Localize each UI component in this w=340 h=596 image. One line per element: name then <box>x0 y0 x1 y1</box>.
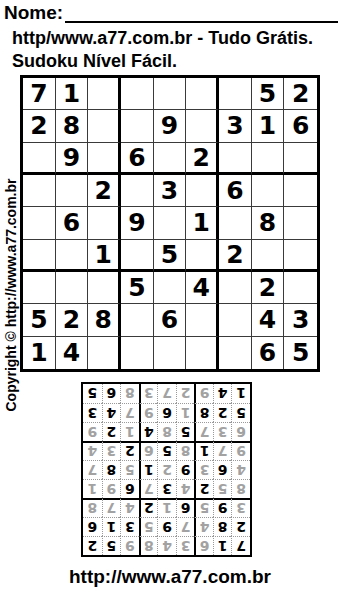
puzzle-empty-cell[interactable] <box>121 78 154 110</box>
puzzle-empty-cell[interactable] <box>88 207 121 239</box>
solution-cell: 2 <box>213 403 232 422</box>
puzzle-given-cell[interactable]: 1 <box>88 240 121 272</box>
puzzle-empty-cell[interactable] <box>154 143 187 175</box>
solution-cell: 4 <box>176 479 195 498</box>
puzzle-empty-cell[interactable] <box>56 272 89 304</box>
footer-url: http://www.a77.com.br <box>0 566 340 588</box>
puzzle-empty-cell[interactable] <box>23 272 56 304</box>
sudoku-puzzle-grid[interactable]: 715228931696223669181525425286431465 <box>20 75 320 372</box>
solution-cell: 3 <box>176 536 195 555</box>
solution-cell: 7 <box>120 403 139 422</box>
puzzle-given-cell[interactable]: 8 <box>56 110 89 142</box>
puzzle-empty-cell[interactable] <box>23 143 56 175</box>
puzzle-empty-cell[interactable] <box>219 272 252 304</box>
solution-cell: 5 <box>213 479 232 498</box>
solution-cell: 9 <box>213 498 232 517</box>
puzzle-given-cell[interactable]: 8 <box>88 304 121 336</box>
solution-cell: 6 <box>231 422 250 441</box>
puzzle-given-cell[interactable]: 6 <box>284 110 317 142</box>
solution-cell: 5 <box>120 460 139 479</box>
puzzle-given-cell[interactable]: 5 <box>252 78 285 110</box>
puzzle-empty-cell[interactable] <box>88 110 121 142</box>
puzzle-given-cell[interactable]: 6 <box>252 337 285 369</box>
puzzle-empty-cell[interactable] <box>186 240 219 272</box>
puzzle-empty-cell[interactable] <box>56 175 89 207</box>
solution-cell: 7 <box>194 422 213 441</box>
solution-cell: 9 <box>83 422 102 441</box>
puzzle-given-cell[interactable]: 4 <box>252 304 285 336</box>
puzzle-empty-cell[interactable] <box>284 143 317 175</box>
puzzle-given-cell[interactable]: 5 <box>121 272 154 304</box>
puzzle-given-cell[interactable]: 4 <box>56 337 89 369</box>
puzzle-empty-cell[interactable] <box>284 272 317 304</box>
difficulty-title: Sudoku Nível Fácil. <box>12 51 177 72</box>
puzzle-given-cell[interactable]: 2 <box>252 272 285 304</box>
puzzle-given-cell[interactable]: 6 <box>154 304 187 336</box>
puzzle-empty-cell[interactable] <box>154 78 187 110</box>
puzzle-empty-cell[interactable] <box>219 78 252 110</box>
solution-cell: 4 <box>83 441 102 460</box>
puzzle-given-cell[interactable]: 6 <box>219 175 252 207</box>
solution-cell: 1 <box>102 517 121 536</box>
solution-cell: 8 <box>120 384 139 403</box>
solution-cell: 8 <box>194 403 213 422</box>
solution-cell: 3 <box>83 403 102 422</box>
solution-cell: 5 <box>157 441 176 460</box>
solution-cell: 8 <box>102 460 121 479</box>
site-tagline: http/www.a77.com.br - Tudo Grátis. <box>12 28 313 49</box>
puzzle-given-cell[interactable]: 3 <box>219 110 252 142</box>
puzzle-empty-cell[interactable] <box>186 110 219 142</box>
puzzle-empty-cell[interactable] <box>252 143 285 175</box>
solution-cell: 6 <box>139 441 158 460</box>
puzzle-empty-cell[interactable] <box>154 337 187 369</box>
puzzle-empty-cell[interactable] <box>284 175 317 207</box>
solution-cell: 6 <box>102 384 121 403</box>
solution-cell: 5 <box>194 498 213 517</box>
solution-cell: 7 <box>213 441 232 460</box>
solution-cell: 3 <box>120 517 139 536</box>
solution-cell: 2 <box>120 441 139 460</box>
puzzle-empty-cell[interactable] <box>154 207 187 239</box>
puzzle-given-cell[interactable]: 5 <box>23 304 56 336</box>
puzzle-given-cell[interactable]: 1 <box>252 110 285 142</box>
puzzle-empty-cell[interactable] <box>88 143 121 175</box>
solution-cell: 3 <box>231 498 250 517</box>
puzzle-empty-cell[interactable] <box>23 207 56 239</box>
puzzle-given-cell[interactable]: 1 <box>186 207 219 239</box>
solution-cell: 8 <box>157 422 176 441</box>
solution-cell: 5 <box>102 536 121 555</box>
puzzle-empty-cell[interactable] <box>121 337 154 369</box>
puzzle-empty-cell[interactable] <box>219 143 252 175</box>
copyright-vertical-text: Copyright © http://www.a77.com.br <box>2 160 20 430</box>
puzzle-given-cell[interactable]: 9 <box>121 207 154 239</box>
solution-cell: 6 <box>194 536 213 555</box>
solution-cell: 9 <box>231 441 250 460</box>
solution-cell: 5 <box>83 384 102 403</box>
puzzle-empty-cell[interactable] <box>252 175 285 207</box>
puzzle-empty-cell[interactable] <box>88 272 121 304</box>
name-row: Nome: <box>4 2 338 23</box>
puzzle-empty-cell[interactable] <box>88 337 121 369</box>
puzzle-given-cell[interactable]: 1 <box>23 337 56 369</box>
solution-cell: 9 <box>176 460 195 479</box>
solution-cell: 2 <box>83 536 102 555</box>
solution-cell: 2 <box>231 517 250 536</box>
solution-cell: 6 <box>120 479 139 498</box>
solution-cell: 2 <box>194 479 213 498</box>
solution-cell: 6 <box>213 460 232 479</box>
solution-cell: 1 <box>213 536 232 555</box>
solution-cell: 7 <box>102 498 121 517</box>
puzzle-empty-cell[interactable] <box>284 240 317 272</box>
puzzle-given-cell[interactable]: 4 <box>186 272 219 304</box>
solution-cell: 8 <box>83 498 102 517</box>
puzzle-empty-cell[interactable] <box>219 304 252 336</box>
solution-cell: 2 <box>102 422 121 441</box>
puzzle-given-cell[interactable]: 2 <box>88 175 121 207</box>
puzzle-empty-cell[interactable] <box>284 207 317 239</box>
name-label: Nome: <box>4 2 63 23</box>
solution-cell: 5 <box>176 422 195 441</box>
puzzle-given-cell[interactable]: 7 <box>23 78 56 110</box>
solution-cell: 1 <box>231 384 250 403</box>
puzzle-empty-cell[interactable] <box>121 175 154 207</box>
puzzle-empty-cell[interactable] <box>186 78 219 110</box>
puzzle-empty-cell[interactable] <box>121 110 154 142</box>
solution-cell: 5 <box>139 517 158 536</box>
puzzle-given-cell[interactable]: 9 <box>154 110 187 142</box>
name-underline[interactable] <box>65 2 338 23</box>
solution-cell: 8 <box>213 517 232 536</box>
puzzle-empty-cell[interactable] <box>252 240 285 272</box>
solution-cell: 3 <box>102 441 121 460</box>
puzzle-given-cell[interactable]: 2 <box>23 110 56 142</box>
solution-cell: 8 <box>231 479 250 498</box>
solution-cell: 6 <box>176 498 195 517</box>
puzzle-empty-cell[interactable] <box>186 304 219 336</box>
puzzle-given-cell[interactable]: 6 <box>121 143 154 175</box>
solution-cell: 1 <box>176 403 195 422</box>
puzzle-given-cell[interactable]: 9 <box>56 143 89 175</box>
solution-cell: 9 <box>194 384 213 403</box>
solution-cell: 4 <box>120 498 139 517</box>
puzzle-empty-cell[interactable] <box>186 337 219 369</box>
solution-cell: 6 <box>157 403 176 422</box>
puzzle-empty-cell[interactable] <box>186 175 219 207</box>
sudoku-solution-grid-upside-down: 7163489522847953163956124788524376914639… <box>81 382 252 557</box>
puzzle-given-cell[interactable]: 6 <box>56 207 89 239</box>
solution-cell: 4 <box>102 403 121 422</box>
puzzle-empty-cell[interactable] <box>219 337 252 369</box>
sudoku-worksheet-page: Nome: http/www.a77.com.br - Tudo Grátis.… <box>0 0 340 596</box>
puzzle-empty-cell[interactable] <box>219 207 252 239</box>
solution-cell: 1 <box>139 460 158 479</box>
solution-cell: 2 <box>139 498 158 517</box>
puzzle-given-cell[interactable]: 3 <box>154 175 187 207</box>
solution-cell: 3 <box>194 460 213 479</box>
solution-cell: 4 <box>213 384 232 403</box>
puzzle-empty-cell[interactable] <box>23 175 56 207</box>
puzzle-given-cell[interactable]: 8 <box>252 207 285 239</box>
solution-cell: 3 <box>213 422 232 441</box>
solution-cell: 4 <box>157 536 176 555</box>
solution-cell: 3 <box>139 384 158 403</box>
solution-cell: 5 <box>231 403 250 422</box>
solution-cell: 2 <box>157 460 176 479</box>
solution-cell: 7 <box>231 536 250 555</box>
solution-cell: 1 <box>157 498 176 517</box>
solution-cell: 9 <box>139 403 158 422</box>
puzzle-empty-cell[interactable] <box>154 272 187 304</box>
puzzle-empty-cell[interactable] <box>88 78 121 110</box>
puzzle-empty-cell[interactable] <box>121 304 154 336</box>
solution-cell: 9 <box>102 479 121 498</box>
solution-cell: 2 <box>176 384 195 403</box>
solution-cell: 1 <box>120 422 139 441</box>
puzzle-empty-cell[interactable] <box>56 240 89 272</box>
solution-cell: 1 <box>83 479 102 498</box>
puzzle-given-cell[interactable]: 1 <box>56 78 89 110</box>
puzzle-given-cell[interactable]: 2 <box>284 78 317 110</box>
solution-cell: 7 <box>157 384 176 403</box>
solution-cell: 6 <box>83 517 102 536</box>
solution-cell: 1 <box>194 441 213 460</box>
puzzle-empty-cell[interactable] <box>121 240 154 272</box>
puzzle-given-cell[interactable]: 5 <box>284 337 317 369</box>
solution-cell: 9 <box>157 517 176 536</box>
solution-cell: 3 <box>157 479 176 498</box>
puzzle-given-cell[interactable]: 5 <box>154 240 187 272</box>
solution-cell: 4 <box>194 517 213 536</box>
solution-cell: 7 <box>83 460 102 479</box>
solution-cell: 8 <box>139 536 158 555</box>
solution-cell: 9 <box>120 536 139 555</box>
solution-cell: 8 <box>176 441 195 460</box>
puzzle-given-cell[interactable]: 2 <box>186 143 219 175</box>
puzzle-given-cell[interactable]: 3 <box>284 304 317 336</box>
solution-cell: 4 <box>231 460 250 479</box>
puzzle-given-cell[interactable]: 2 <box>219 240 252 272</box>
puzzle-empty-cell[interactable] <box>23 240 56 272</box>
solution-cell: 7 <box>139 479 158 498</box>
solution-cell: 7 <box>176 517 195 536</box>
solution-cell: 4 <box>139 422 158 441</box>
puzzle-given-cell[interactable]: 2 <box>56 304 89 336</box>
